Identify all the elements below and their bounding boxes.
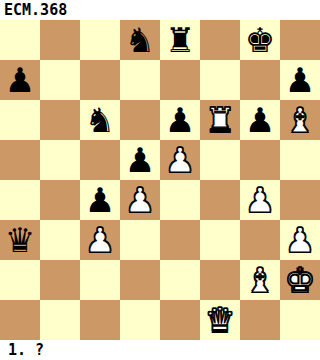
square-f3[interactable] — [200, 220, 240, 260]
square-a7[interactable]: ♟ — [0, 60, 40, 100]
puzzle-title: ECM.368 — [4, 1, 67, 19]
square-g6[interactable]: ♟ — [240, 100, 280, 140]
square-f4[interactable] — [200, 180, 240, 220]
square-e7[interactable] — [160, 60, 200, 100]
square-b1[interactable] — [40, 300, 80, 340]
piece-black-knight: ♞ — [85, 100, 115, 140]
square-c6[interactable]: ♞ — [80, 100, 120, 140]
square-c5[interactable] — [80, 140, 120, 180]
square-h7[interactable]: ♟ — [280, 60, 320, 100]
square-h8[interactable] — [280, 20, 320, 60]
chess-puzzle-window: ECM.368 ♞♜♚♟♟♞♟♜♟♝♟♟♟♟♟♛♟♟♝♚♛ 1. ? — [0, 0, 320, 360]
square-b8[interactable] — [40, 20, 80, 60]
square-d8[interactable]: ♞ — [120, 20, 160, 60]
square-g8[interactable]: ♚ — [240, 20, 280, 60]
square-g2[interactable]: ♝ — [240, 260, 280, 300]
square-c3[interactable]: ♟ — [80, 220, 120, 260]
piece-white-rook: ♜ — [205, 100, 235, 140]
square-a3[interactable]: ♛ — [0, 220, 40, 260]
piece-white-pawn: ♟ — [285, 220, 315, 260]
square-h6[interactable]: ♝ — [280, 100, 320, 140]
square-d3[interactable] — [120, 220, 160, 260]
square-h2[interactable]: ♚ — [280, 260, 320, 300]
square-b6[interactable] — [40, 100, 80, 140]
piece-black-pawn: ♟ — [85, 180, 115, 220]
square-c8[interactable] — [80, 20, 120, 60]
square-f6[interactable]: ♜ — [200, 100, 240, 140]
move-prompt: 1. ? — [8, 340, 44, 360]
square-e3[interactable] — [160, 220, 200, 260]
square-f2[interactable] — [200, 260, 240, 300]
square-e1[interactable] — [160, 300, 200, 340]
square-a5[interactable] — [0, 140, 40, 180]
square-b2[interactable] — [40, 260, 80, 300]
chess-board: ♞♜♚♟♟♞♟♜♟♝♟♟♟♟♟♛♟♟♝♚♛ — [0, 20, 320, 340]
piece-white-pawn: ♟ — [245, 180, 275, 220]
square-e2[interactable] — [160, 260, 200, 300]
square-d2[interactable] — [120, 260, 160, 300]
piece-black-pawn: ♟ — [165, 100, 195, 140]
square-h1[interactable] — [280, 300, 320, 340]
square-a6[interactable] — [0, 100, 40, 140]
piece-black-king: ♚ — [245, 20, 275, 60]
piece-white-queen: ♛ — [205, 300, 235, 340]
square-a8[interactable] — [0, 20, 40, 60]
square-d5[interactable]: ♟ — [120, 140, 160, 180]
square-b7[interactable] — [40, 60, 80, 100]
square-e6[interactable]: ♟ — [160, 100, 200, 140]
piece-black-pawn: ♟ — [5, 60, 35, 100]
square-d1[interactable] — [120, 300, 160, 340]
square-g7[interactable] — [240, 60, 280, 100]
square-b3[interactable] — [40, 220, 80, 260]
piece-white-pawn: ♟ — [125, 180, 155, 220]
square-a4[interactable] — [0, 180, 40, 220]
square-g4[interactable]: ♟ — [240, 180, 280, 220]
square-h5[interactable] — [280, 140, 320, 180]
piece-black-pawn: ♟ — [245, 100, 275, 140]
square-f5[interactable] — [200, 140, 240, 180]
square-g5[interactable] — [240, 140, 280, 180]
square-g3[interactable] — [240, 220, 280, 260]
square-a2[interactable] — [0, 260, 40, 300]
piece-black-queen: ♛ — [5, 220, 35, 260]
square-h4[interactable] — [280, 180, 320, 220]
square-d7[interactable] — [120, 60, 160, 100]
square-c2[interactable] — [80, 260, 120, 300]
piece-white-bishop: ♝ — [245, 260, 275, 300]
square-c7[interactable] — [80, 60, 120, 100]
square-e4[interactable] — [160, 180, 200, 220]
piece-white-king: ♚ — [285, 260, 315, 300]
piece-black-rook: ♜ — [165, 20, 195, 60]
square-b5[interactable] — [40, 140, 80, 180]
piece-black-pawn: ♟ — [285, 60, 315, 100]
square-e5[interactable]: ♟ — [160, 140, 200, 180]
square-b4[interactable] — [40, 180, 80, 220]
piece-white-bishop: ♝ — [285, 100, 315, 140]
square-f8[interactable] — [200, 20, 240, 60]
square-f1[interactable]: ♛ — [200, 300, 240, 340]
square-c4[interactable]: ♟ — [80, 180, 120, 220]
square-c1[interactable] — [80, 300, 120, 340]
piece-white-pawn: ♟ — [165, 140, 195, 180]
square-f7[interactable] — [200, 60, 240, 100]
square-e8[interactable]: ♜ — [160, 20, 200, 60]
piece-black-pawn: ♟ — [125, 140, 155, 180]
square-d4[interactable]: ♟ — [120, 180, 160, 220]
piece-white-pawn: ♟ — [85, 220, 115, 260]
square-d6[interactable] — [120, 100, 160, 140]
square-h3[interactable]: ♟ — [280, 220, 320, 260]
square-a1[interactable] — [0, 300, 40, 340]
square-g1[interactable] — [240, 300, 280, 340]
piece-black-knight: ♞ — [125, 20, 155, 60]
